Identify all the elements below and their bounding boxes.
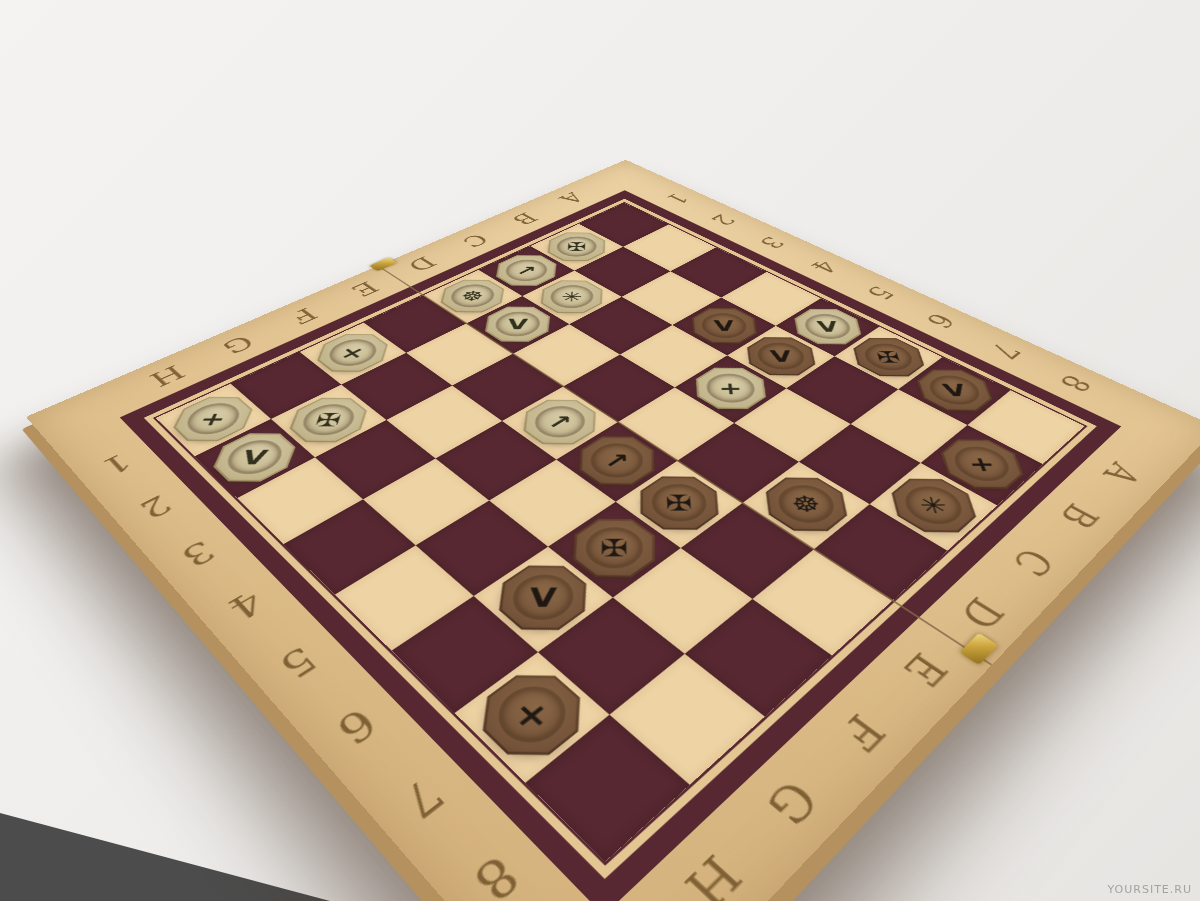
chess-board: 11AA22BB33CC44DD55EE66FF77GG88HH ✠↗☸×+✳V… [26,160,1200,901]
wheel-symbol-icon: ☸ [460,289,485,302]
V-symbol-icon: V [769,348,793,364]
bow-arrow-symbol-icon: ↗ [515,264,537,277]
square-c7[interactable] [799,424,921,504]
brass-latch-icon [959,633,998,665]
V-symbol-icon: V [816,319,840,334]
board-wrap: 11AA22BB33CC44DD55EE66FF77GG88HH ✠↗☸×+✳V… [26,160,1200,901]
V-symbol-icon: V [713,318,735,333]
scene: 11AA22BB33CC44DD55EE66FF77GG88HH ✠↗☸×+✳V… [0,0,1200,901]
watermark: YOURSITE.RU [1107,883,1192,896]
cross-potent-symbol-icon: ✠ [567,241,587,253]
star8-symbol-icon: ✳ [561,290,583,303]
cross-plus-symbol-icon: + [718,379,744,396]
stage: 11AA22BB33CC44DD55EE66FF77GG88HH ✠↗☸×+✳V… [0,0,1200,901]
V-symbol-icon: V [507,317,529,332]
bow-arrow-symbol-icon: ↗ [547,412,573,430]
